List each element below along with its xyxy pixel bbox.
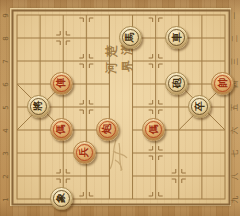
board-cell[interactable] bbox=[98, 96, 121, 119]
xiangqi-board: 987654321 一二三四五六七八九 楚河 漢界 馬車俥砲帥將卒傌炮傌兵象 bbox=[0, 0, 240, 216]
board-cell[interactable] bbox=[75, 73, 98, 96]
board-grid: 馬車俥砲帥將卒傌炮傌兵象 bbox=[5, 4, 236, 211]
piece-glyph: 將 bbox=[33, 101, 43, 111]
board-cell[interactable] bbox=[167, 4, 190, 27]
board-cell[interactable] bbox=[190, 119, 213, 142]
board-cell[interactable] bbox=[213, 119, 236, 142]
piece-black-chariot[interactable]: 車 bbox=[165, 26, 188, 49]
piece-black-horse[interactable]: 馬 bbox=[119, 26, 142, 49]
board-cell[interactable] bbox=[167, 96, 190, 119]
board-cell[interactable] bbox=[75, 119, 98, 142]
board-cell[interactable] bbox=[5, 73, 28, 96]
board-cell[interactable] bbox=[144, 96, 167, 119]
piece-ring: 俥 bbox=[53, 75, 70, 92]
board-cell[interactable] bbox=[5, 50, 28, 73]
piece-black-cannon[interactable]: 砲 bbox=[165, 72, 188, 95]
board-cell[interactable] bbox=[121, 4, 144, 27]
board-cell[interactable] bbox=[52, 27, 75, 50]
board-cell[interactable] bbox=[121, 73, 144, 96]
board-cell[interactable] bbox=[29, 4, 52, 27]
board-cell[interactable] bbox=[190, 73, 213, 96]
piece-red-soldier[interactable]: 兵 bbox=[73, 141, 96, 164]
board-cell[interactable] bbox=[167, 119, 190, 142]
piece-red-horse-1[interactable]: 傌 bbox=[50, 118, 73, 141]
board-cell[interactable] bbox=[167, 50, 190, 73]
piece-glyph: 車 bbox=[172, 32, 182, 42]
board-cell[interactable] bbox=[190, 27, 213, 50]
piece-ring: 帥 bbox=[214, 75, 231, 92]
board-cell[interactable] bbox=[75, 188, 98, 211]
board-cell[interactable] bbox=[75, 27, 98, 50]
piece-ring: 象 bbox=[53, 190, 70, 207]
board-cell[interactable] bbox=[5, 27, 28, 50]
board-cell[interactable] bbox=[5, 188, 28, 211]
board-cell[interactable] bbox=[144, 188, 167, 211]
board-cell[interactable]: 兵 bbox=[75, 142, 98, 165]
board-cell[interactable] bbox=[98, 188, 121, 211]
piece-red-general[interactable]: 帥 bbox=[211, 72, 234, 95]
piece-red-cannon[interactable]: 炮 bbox=[96, 118, 119, 141]
board-cell[interactable] bbox=[121, 165, 144, 188]
board-cell[interactable] bbox=[98, 73, 121, 96]
piece-ring: 車 bbox=[168, 29, 185, 46]
board-cell[interactable] bbox=[75, 50, 98, 73]
board-cell[interactable] bbox=[52, 4, 75, 27]
board-cell[interactable] bbox=[121, 96, 144, 119]
piece-glyph: 馬 bbox=[125, 32, 135, 42]
board-cell[interactable] bbox=[29, 119, 52, 142]
piece-ring: 傌 bbox=[53, 121, 70, 138]
board-cell[interactable] bbox=[52, 50, 75, 73]
board-cell[interactable] bbox=[121, 50, 144, 73]
board-cell[interactable]: 砲 bbox=[167, 73, 190, 96]
board-cell[interactable] bbox=[75, 165, 98, 188]
board-cell[interactable] bbox=[213, 96, 236, 119]
piece-ring: 卒 bbox=[191, 98, 208, 115]
piece-ring: 兵 bbox=[76, 144, 93, 161]
piece-ring: 馬 bbox=[122, 29, 139, 46]
board-cell[interactable] bbox=[98, 165, 121, 188]
piece-glyph: 象 bbox=[56, 193, 66, 203]
piece-red-horse-2[interactable]: 傌 bbox=[142, 118, 165, 141]
board-cell[interactable]: 卒 bbox=[190, 96, 213, 119]
piece-ring: 傌 bbox=[145, 121, 162, 138]
board-cell[interactable] bbox=[5, 142, 28, 165]
board-cell[interactable] bbox=[121, 142, 144, 165]
piece-glyph: 傌 bbox=[149, 124, 159, 134]
board-cell[interactable] bbox=[167, 188, 190, 211]
board-cell[interactable]: 將 bbox=[29, 96, 52, 119]
board-cell[interactable] bbox=[121, 188, 144, 211]
piece-glyph: 卒 bbox=[195, 101, 205, 111]
piece-black-soldier[interactable]: 卒 bbox=[188, 95, 211, 118]
board-cell[interactable]: 傌 bbox=[144, 119, 167, 142]
board-cell[interactable] bbox=[144, 27, 167, 50]
board-cell[interactable] bbox=[213, 4, 236, 27]
board-cell[interactable] bbox=[213, 142, 236, 165]
board-cell[interactable]: 車 bbox=[167, 27, 190, 50]
piece-glyph: 帥 bbox=[218, 78, 228, 88]
piece-ring: 砲 bbox=[168, 75, 185, 92]
board-cell[interactable] bbox=[98, 27, 121, 50]
board-cell[interactable]: 炮 bbox=[98, 119, 121, 142]
board-cell[interactable] bbox=[167, 142, 190, 165]
board-cell[interactable] bbox=[5, 4, 28, 27]
board-cell[interactable] bbox=[98, 142, 121, 165]
board-cell[interactable] bbox=[190, 165, 213, 188]
piece-red-chariot[interactable]: 俥 bbox=[50, 72, 73, 95]
board-cell[interactable] bbox=[144, 165, 167, 188]
board-cell[interactable] bbox=[52, 165, 75, 188]
board-cell[interactable]: 馬 bbox=[121, 27, 144, 50]
board-cell[interactable]: 象 bbox=[52, 188, 75, 211]
board-cell[interactable] bbox=[52, 142, 75, 165]
board-cell[interactable] bbox=[29, 188, 52, 211]
piece-glyph: 砲 bbox=[172, 78, 182, 88]
board-cell[interactable] bbox=[213, 50, 236, 73]
board-cell[interactable] bbox=[29, 142, 52, 165]
board-cell[interactable] bbox=[98, 4, 121, 27]
board-cell[interactable]: 帥 bbox=[213, 73, 236, 96]
board-cell[interactable] bbox=[29, 27, 52, 50]
piece-glyph: 炮 bbox=[102, 124, 112, 134]
piece-ring: 炮 bbox=[99, 121, 116, 138]
board-cell[interactable] bbox=[144, 4, 167, 27]
piece-glyph: 傌 bbox=[56, 124, 66, 134]
board-cell[interactable] bbox=[75, 4, 98, 27]
board-cell[interactable] bbox=[29, 73, 52, 96]
board-cell[interactable] bbox=[190, 4, 213, 27]
piece-glyph: 俥 bbox=[56, 78, 66, 88]
board-cell[interactable] bbox=[75, 96, 98, 119]
board-cell[interactable] bbox=[121, 119, 144, 142]
board-cell[interactable] bbox=[29, 165, 52, 188]
board-cell[interactable] bbox=[5, 165, 28, 188]
board-cell[interactable] bbox=[213, 188, 236, 211]
piece-black-general[interactable]: 將 bbox=[27, 95, 50, 118]
piece-black-elephant[interactable]: 象 bbox=[50, 187, 73, 210]
board-cell[interactable] bbox=[144, 73, 167, 96]
board-cell[interactable] bbox=[213, 27, 236, 50]
piece-glyph: 兵 bbox=[79, 147, 89, 157]
board-cell[interactable] bbox=[144, 142, 167, 165]
board-cell[interactable] bbox=[5, 119, 28, 142]
board-cell[interactable] bbox=[29, 50, 52, 73]
board-cell[interactable] bbox=[190, 188, 213, 211]
board-cell[interactable] bbox=[98, 50, 121, 73]
board-cell[interactable] bbox=[5, 96, 28, 119]
piece-ring: 將 bbox=[30, 98, 47, 115]
board-cell[interactable] bbox=[190, 142, 213, 165]
board-cell[interactable] bbox=[167, 165, 190, 188]
board-cell[interactable]: 傌 bbox=[52, 119, 75, 142]
board-cell[interactable] bbox=[190, 50, 213, 73]
board-cell[interactable]: 俥 bbox=[52, 73, 75, 96]
board-cell[interactable] bbox=[52, 96, 75, 119]
board-cell[interactable] bbox=[213, 165, 236, 188]
board-cell[interactable] bbox=[144, 50, 167, 73]
